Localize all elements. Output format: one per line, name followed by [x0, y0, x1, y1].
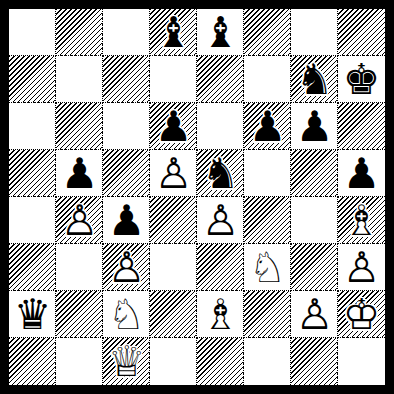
piece-black-pawn: ♟♟	[244, 103, 290, 149]
piece-black-knight: ♞♞	[197, 150, 243, 196]
black-pawn-glyph: ♟	[291, 103, 338, 150]
square-c7[interactable]	[103, 56, 150, 103]
piece-white-pawn: ♟♙	[103, 244, 149, 290]
square-h3[interactable]: ♟♙	[338, 244, 385, 291]
piece-black-pawn: ♟♟	[103, 197, 149, 243]
piece-white-pawn: ♟♙	[338, 244, 385, 290]
white-bishop-glyph: ♗	[338, 197, 385, 244]
white-pawn-glyph: ♙	[56, 197, 103, 244]
square-d6[interactable]: ♟♟	[150, 103, 197, 150]
black-pawn-glyph: ♟	[244, 103, 291, 150]
square-g6[interactable]: ♟♟	[291, 103, 338, 150]
square-g8[interactable]	[291, 9, 338, 56]
square-b5[interactable]: ♟♟	[56, 150, 103, 197]
black-pawn-glyph: ♟	[150, 103, 197, 150]
white-knight-glyph: ♘	[244, 244, 291, 291]
square-f5[interactable]	[244, 150, 291, 197]
white-pawn-glyph: ♙	[150, 150, 197, 197]
square-f8[interactable]	[244, 9, 291, 56]
square-c8[interactable]	[103, 9, 150, 56]
square-e5[interactable]: ♞♞	[197, 150, 244, 197]
square-h5[interactable]: ♟♟	[338, 150, 385, 197]
square-b2[interactable]	[56, 291, 103, 338]
piece-black-bishop: ♝♝	[150, 9, 196, 55]
black-bishop-glyph: ♝	[197, 9, 244, 56]
piece-white-knight: ♞♘	[244, 244, 290, 290]
square-d4[interactable]	[150, 197, 197, 244]
square-d7[interactable]	[150, 56, 197, 103]
square-f6[interactable]: ♟♟	[244, 103, 291, 150]
piece-black-knight: ♞♞	[291, 56, 337, 102]
piece-white-pawn: ♟♙	[150, 150, 196, 196]
square-h8[interactable]	[338, 9, 385, 56]
square-d3[interactable]	[150, 244, 197, 291]
piece-black-pawn: ♟♟	[56, 150, 102, 196]
square-h6[interactable]	[338, 103, 385, 150]
black-pawn-glyph: ♟	[103, 197, 150, 244]
square-c6[interactable]	[103, 103, 150, 150]
square-a1[interactable]	[9, 338, 56, 385]
square-g2[interactable]: ♟♙	[291, 291, 338, 338]
square-d8[interactable]: ♝♝	[150, 9, 197, 56]
square-c4[interactable]: ♟♟	[103, 197, 150, 244]
black-king-glyph: ♚	[338, 56, 385, 103]
chess-board: ♝♝♝♝♞♞♚♚♟♟♟♟♟♟♟♟♟♙♞♞♟♟♟♙♟♟♟♙♝♗♟♙♞♘♟♙♛♛♞♘…	[9, 9, 385, 385]
black-knight-glyph: ♞	[291, 56, 338, 103]
square-d2[interactable]	[150, 291, 197, 338]
piece-black-pawn: ♟♟	[150, 103, 196, 149]
chess-board-frame: ♝♝♝♝♞♞♚♚♟♟♟♟♟♟♟♟♟♙♞♞♟♟♟♙♟♟♟♙♝♗♟♙♞♘♟♙♛♛♞♘…	[0, 0, 394, 394]
piece-black-pawn: ♟♟	[338, 150, 385, 196]
black-pawn-glyph: ♟	[338, 150, 385, 197]
square-b4[interactable]: ♟♙	[56, 197, 103, 244]
piece-white-queen: ♛♕	[103, 338, 149, 385]
black-pawn-glyph: ♟	[56, 150, 103, 197]
square-e4[interactable]: ♟♙	[197, 197, 244, 244]
square-h2[interactable]: ♚♔	[338, 291, 385, 338]
square-c1[interactable]: ♛♕	[103, 338, 150, 385]
piece-black-king: ♚♚	[338, 56, 385, 102]
square-a6[interactable]	[9, 103, 56, 150]
white-pawn-glyph: ♙	[103, 244, 150, 291]
square-h7[interactable]: ♚♚	[338, 56, 385, 103]
square-b8[interactable]	[56, 9, 103, 56]
white-queen-glyph: ♕	[103, 338, 150, 385]
square-a5[interactable]	[9, 150, 56, 197]
square-d1[interactable]	[150, 338, 197, 385]
square-f1[interactable]	[244, 338, 291, 385]
square-f4[interactable]	[244, 197, 291, 244]
square-f3[interactable]: ♞♘	[244, 244, 291, 291]
square-c3[interactable]: ♟♙	[103, 244, 150, 291]
square-g7[interactable]: ♞♞	[291, 56, 338, 103]
piece-black-queen: ♛♛	[9, 291, 55, 337]
white-king-glyph: ♔	[338, 291, 385, 338]
square-c5[interactable]	[103, 150, 150, 197]
square-g5[interactable]	[291, 150, 338, 197]
square-d5[interactable]: ♟♙	[150, 150, 197, 197]
black-bishop-glyph: ♝	[150, 9, 197, 56]
piece-white-pawn: ♟♙	[291, 291, 337, 337]
square-e2[interactable]: ♝♗	[197, 291, 244, 338]
black-queen-glyph: ♛	[9, 291, 56, 338]
square-a2[interactable]: ♛♛	[9, 291, 56, 338]
piece-white-king: ♚♔	[338, 291, 385, 337]
square-g1[interactable]	[291, 338, 338, 385]
white-pawn-glyph: ♙	[338, 244, 385, 291]
square-b1[interactable]	[56, 338, 103, 385]
square-h1[interactable]	[338, 338, 385, 385]
piece-white-knight: ♞♘	[103, 291, 149, 337]
square-b6[interactable]	[56, 103, 103, 150]
square-h4[interactable]: ♝♗	[338, 197, 385, 244]
white-knight-glyph: ♘	[103, 291, 150, 338]
black-knight-glyph: ♞	[197, 150, 244, 197]
square-b3[interactable]	[56, 244, 103, 291]
piece-white-pawn: ♟♙	[56, 197, 102, 243]
square-a8[interactable]	[9, 9, 56, 56]
square-b7[interactable]	[56, 56, 103, 103]
piece-black-pawn: ♟♟	[291, 103, 337, 149]
square-f7[interactable]	[244, 56, 291, 103]
square-e8[interactable]: ♝♝	[197, 9, 244, 56]
square-f2[interactable]	[244, 291, 291, 338]
square-a7[interactable]	[9, 56, 56, 103]
square-e1[interactable]	[197, 338, 244, 385]
square-e6[interactable]	[197, 103, 244, 150]
square-g3[interactable]	[291, 244, 338, 291]
white-pawn-glyph: ♙	[197, 197, 244, 244]
square-e7[interactable]	[197, 56, 244, 103]
white-bishop-glyph: ♗	[197, 291, 244, 338]
piece-black-bishop: ♝♝	[197, 9, 243, 55]
piece-white-bishop: ♝♗	[338, 197, 385, 243]
piece-white-bishop: ♝♗	[197, 291, 243, 337]
square-a3[interactable]	[9, 244, 56, 291]
square-a4[interactable]	[9, 197, 56, 244]
piece-white-pawn: ♟♙	[197, 197, 243, 243]
white-pawn-glyph: ♙	[291, 291, 338, 338]
square-c2[interactable]: ♞♘	[103, 291, 150, 338]
square-e3[interactable]	[197, 244, 244, 291]
square-g4[interactable]	[291, 197, 338, 244]
